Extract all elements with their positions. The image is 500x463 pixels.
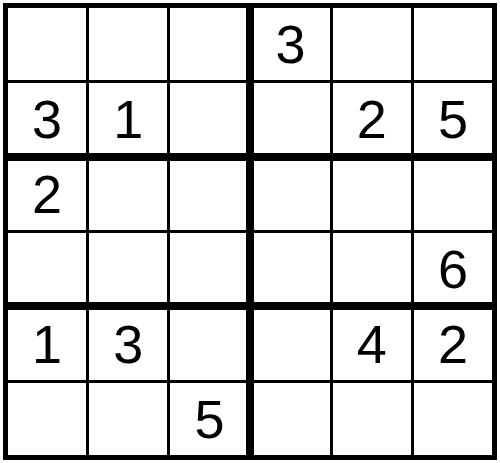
cell-r2c4[interactable]	[251, 83, 329, 155]
cell-r1c2[interactable]	[89, 8, 167, 80]
cell-r4c5[interactable]	[333, 233, 411, 305]
cell-r3c4[interactable]	[251, 158, 329, 230]
cell-r6c6[interactable]	[414, 383, 492, 455]
cell-r2c6[interactable]: 5	[414, 83, 492, 155]
cell-r5c1[interactable]: 1	[8, 308, 86, 380]
cell-r3c3[interactable]	[170, 158, 248, 230]
cell-r4c3[interactable]	[170, 233, 248, 305]
cell-r6c5[interactable]	[333, 383, 411, 455]
cell-r6c2[interactable]	[89, 383, 167, 455]
cell-r4c2[interactable]	[89, 233, 167, 305]
cell-r2c5[interactable]: 2	[333, 83, 411, 155]
cell-r4c6[interactable]: 6	[414, 233, 492, 305]
cell-r6c3[interactable]: 5	[170, 383, 248, 455]
cell-r6c4[interactable]	[251, 383, 329, 455]
cell-r3c2[interactable]	[89, 158, 167, 230]
cell-r5c6[interactable]: 2	[414, 308, 492, 380]
cell-r4c1[interactable]	[8, 233, 86, 305]
cell-r1c3[interactable]	[170, 8, 248, 80]
cell-r2c1[interactable]: 3	[8, 83, 86, 155]
cell-r6c1[interactable]	[8, 383, 86, 455]
cell-r5c4[interactable]	[251, 308, 329, 380]
cell-r2c3[interactable]	[170, 83, 248, 155]
cell-r2c2[interactable]: 1	[89, 83, 167, 155]
cell-r1c6[interactable]	[414, 8, 492, 80]
cell-r5c2[interactable]: 3	[89, 308, 167, 380]
sudoku-board: 331252613425	[3, 3, 497, 460]
cell-r4c4[interactable]	[251, 233, 329, 305]
puzzle-image: 331252613425	[0, 0, 500, 463]
cell-r1c4[interactable]: 3	[251, 8, 329, 80]
cell-r3c6[interactable]	[414, 158, 492, 230]
cell-r3c1[interactable]: 2	[8, 158, 86, 230]
cell-r1c5[interactable]	[333, 8, 411, 80]
cell-r1c1[interactable]	[8, 8, 86, 80]
cell-r3c5[interactable]	[333, 158, 411, 230]
cell-r5c5[interactable]: 4	[333, 308, 411, 380]
cell-r5c3[interactable]	[170, 308, 248, 380]
